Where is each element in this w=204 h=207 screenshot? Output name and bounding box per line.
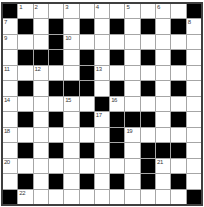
white-cell[interactable] [34,112,48,126]
black-cell [80,50,94,64]
white-cell[interactable] [95,19,109,33]
black-cell [171,112,185,126]
white-cell[interactable]: 1 [18,4,32,18]
white-cell[interactable] [80,35,94,49]
black-cell [49,19,63,33]
white-cell[interactable] [64,190,78,204]
clue-number: 2 [35,4,38,11]
white-cell[interactable] [125,174,139,188]
white-cell[interactable] [110,159,124,173]
white-cell[interactable]: 11 [3,66,17,80]
white-cell[interactable] [49,128,63,142]
black-cell [141,112,155,126]
white-cell[interactable] [110,190,124,204]
white-cell[interactable] [34,35,48,49]
black-cell [18,112,32,126]
white-cell[interactable] [171,190,185,204]
clue-number: 20 [4,159,10,166]
white-cell[interactable] [125,19,139,33]
white-cell[interactable] [34,97,48,111]
white-cell[interactable] [141,66,155,80]
white-cell[interactable] [18,35,32,49]
clue-number: 8 [188,19,191,26]
white-cell[interactable] [156,35,170,49]
white-cell[interactable] [34,81,48,95]
white-cell[interactable] [110,35,124,49]
white-cell[interactable] [187,50,201,64]
black-cell [80,66,94,80]
white-cell[interactable]: 16 [110,97,124,111]
white-cell[interactable] [18,66,32,80]
white-cell[interactable] [18,128,32,142]
white-cell[interactable] [34,159,48,173]
black-cell [34,50,48,64]
white-cell[interactable] [49,4,63,18]
clue-number: 4 [96,4,99,11]
white-cell[interactable] [125,97,139,111]
white-cell[interactable]: 2 [34,4,48,18]
black-cell [80,143,94,157]
white-cell[interactable]: 9 [3,35,17,49]
white-cell[interactable]: 22 [18,190,32,204]
black-cell [49,50,63,64]
clue-number: 15 [65,97,71,104]
white-cell[interactable] [80,4,94,18]
white-cell[interactable]: 15 [64,97,78,111]
black-cell [80,19,94,33]
black-cell [110,112,124,126]
clue-number: 17 [96,112,102,119]
white-cell[interactable] [34,143,48,157]
white-cell[interactable] [64,112,78,126]
white-cell[interactable] [95,143,109,157]
white-cell[interactable] [34,190,48,204]
black-cell [156,143,170,157]
black-cell [187,190,201,204]
black-cell [3,190,17,204]
black-cell [18,143,32,157]
white-cell[interactable] [125,159,139,173]
white-cell[interactable] [34,19,48,33]
clue-number: 16 [111,97,117,104]
white-cell[interactable]: 13 [95,66,109,80]
clue-number: 22 [19,190,25,197]
white-cell[interactable] [171,4,185,18]
white-cell[interactable] [110,4,124,18]
white-cell[interactable] [64,66,78,80]
white-cell[interactable] [141,128,155,142]
white-cell[interactable] [141,35,155,49]
black-cell [18,174,32,188]
white-cell[interactable] [95,174,109,188]
white-cell[interactable] [156,81,170,95]
white-cell[interactable] [171,159,185,173]
white-cell[interactable] [34,174,48,188]
white-cell[interactable] [187,128,201,142]
white-cell[interactable]: 12 [34,66,48,80]
white-cell[interactable] [171,66,185,80]
white-cell[interactable] [187,97,201,111]
black-cell [49,35,63,49]
white-cell[interactable] [141,190,155,204]
white-cell[interactable] [187,66,201,80]
black-cell [110,81,124,95]
white-cell[interactable]: 4 [95,4,109,18]
white-cell[interactable] [156,66,170,80]
white-cell[interactable] [125,143,139,157]
white-cell[interactable] [187,112,201,126]
white-cell[interactable] [187,143,201,157]
black-cell [141,143,155,157]
black-cell [49,112,63,126]
white-cell[interactable] [80,190,94,204]
white-cell[interactable] [125,35,139,49]
white-cell[interactable] [34,128,48,142]
white-cell[interactable]: 7 [3,19,17,33]
white-cell[interactable] [49,190,63,204]
black-cell [80,112,94,126]
black-cell [18,50,32,64]
clue-number: 14 [4,97,10,104]
black-cell [141,50,155,64]
white-cell[interactable] [95,159,109,173]
white-cell[interactable] [49,159,63,173]
white-cell[interactable] [125,66,139,80]
white-cell[interactable] [95,190,109,204]
black-cell [64,81,78,95]
black-cell [49,143,63,157]
black-cell [49,81,63,95]
white-cell[interactable]: 18 [3,128,17,142]
white-cell[interactable] [80,128,94,142]
black-cell [80,174,94,188]
clue-number: 13 [96,66,102,73]
white-cell[interactable] [156,174,170,188]
clue-number: 5 [126,4,129,11]
white-cell[interactable] [49,97,63,111]
clue-number: 10 [65,35,71,42]
clue-number: 18 [4,128,10,135]
clue-number: 11 [4,66,9,73]
white-cell[interactable] [64,143,78,157]
white-cell[interactable] [156,19,170,33]
white-cell[interactable] [156,190,170,204]
white-cell[interactable] [95,50,109,64]
black-cell [110,143,124,157]
white-cell[interactable] [141,97,155,111]
black-cell [18,81,32,95]
white-cell[interactable] [3,143,17,157]
black-cell [141,81,155,95]
white-cell[interactable] [64,128,78,142]
black-cell [171,50,185,64]
white-cell[interactable] [80,97,94,111]
black-cell [3,4,17,18]
black-cell [171,81,185,95]
white-cell[interactable] [125,81,139,95]
black-cell [171,143,185,157]
black-cell [110,128,124,142]
white-cell[interactable] [156,112,170,126]
white-cell[interactable]: 5 [125,4,139,18]
white-cell[interactable]: 10 [64,35,78,49]
white-cell[interactable] [64,159,78,173]
white-cell[interactable] [171,128,185,142]
black-cell [110,19,124,33]
white-cell[interactable] [64,19,78,33]
white-cell[interactable] [3,174,17,188]
white-cell[interactable] [3,112,17,126]
black-cell [110,50,124,64]
black-cell [49,174,63,188]
white-cell[interactable] [187,174,201,188]
white-cell[interactable]: 17 [95,112,109,126]
white-cell[interactable] [125,190,139,204]
black-cell [171,174,185,188]
white-cell[interactable] [156,128,170,142]
white-cell[interactable]: 21 [156,159,170,173]
white-cell[interactable]: 20 [3,159,17,173]
black-cell [125,112,139,126]
white-cell[interactable] [3,81,17,95]
white-cell[interactable] [125,50,139,64]
clue-number: 3 [65,4,68,11]
black-cell [141,159,155,173]
white-cell[interactable] [95,35,109,49]
white-cell[interactable]: 19 [125,128,139,142]
white-cell[interactable] [49,66,63,80]
black-cell [80,81,94,95]
white-cell[interactable] [3,50,17,64]
crossword-grid: 12345678910111213141516171819202122 [1,2,203,206]
clue-number: 21 [157,159,163,166]
white-cell[interactable]: 14 [3,97,17,111]
clue-number: 7 [4,19,7,26]
white-cell[interactable] [187,159,201,173]
white-cell[interactable] [171,35,185,49]
white-cell[interactable] [156,97,170,111]
white-cell[interactable]: 8 [187,19,201,33]
white-cell[interactable] [80,159,94,173]
white-cell[interactable] [187,81,201,95]
white-cell[interactable] [156,50,170,64]
black-cell [18,19,32,33]
white-cell[interactable] [18,159,32,173]
clue-number: 6 [157,4,160,11]
white-cell[interactable] [141,4,155,18]
white-cell[interactable] [187,35,201,49]
white-cell[interactable]: 3 [64,4,78,18]
black-cell [95,97,109,111]
black-cell [110,174,124,188]
white-cell[interactable]: 6 [156,4,170,18]
clue-number: 19 [126,128,132,135]
black-cell [141,174,155,188]
white-cell[interactable] [64,50,78,64]
black-cell [187,4,201,18]
white-cell[interactable] [18,97,32,111]
white-cell[interactable] [64,174,78,188]
white-cell[interactable] [171,97,185,111]
clue-number: 1 [19,4,22,11]
clue-number: 9 [4,35,7,42]
white-cell[interactable] [95,128,109,142]
white-cell[interactable] [95,81,109,95]
white-cell[interactable] [110,66,124,80]
clue-number: 12 [35,66,41,73]
black-cell [171,19,185,33]
black-cell [141,19,155,33]
